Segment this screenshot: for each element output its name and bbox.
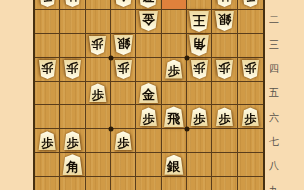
piece-body: 歩 [241, 60, 260, 79]
square-9一[interactable]: 香 [35, 0, 60, 10]
square-4五[interactable] [162, 82, 187, 106]
star-point [109, 127, 114, 132]
piece-body: 歩 [215, 107, 234, 126]
shogi-app-screen: { "game": "shogi", "position": { "sfen_b… [0, 0, 304, 190]
piece-body: 香 [241, 0, 260, 7]
square-1三[interactable] [238, 34, 263, 58]
square-1五[interactable] [238, 82, 263, 106]
piece-kanji: 金 [142, 13, 155, 26]
piece-kanji: 銀 [218, 13, 231, 26]
piece-body: 金 [113, 0, 134, 7]
piece-kanji: 歩 [244, 62, 256, 74]
piece-body: 歩 [139, 107, 158, 126]
piece-body: 歩 [63, 60, 82, 79]
piece-body: 歩 [38, 60, 57, 79]
piece-kanji: 銀 [117, 37, 130, 50]
shogi-piece-sente-歩[interactable]: 歩 [139, 107, 158, 126]
shogi-piece-gote-歩[interactable]: 歩 [190, 60, 209, 79]
piece-kanji: 歩 [142, 112, 154, 124]
piece-body: 桂 [215, 0, 234, 7]
rank-label: 六 [265, 106, 283, 130]
shogi-piece-gote-角[interactable]: 角 [188, 35, 210, 56]
shogi-piece-gote-歩[interactable]: 歩 [63, 60, 82, 79]
square-9五[interactable] [35, 82, 60, 106]
piece-body: 王 [188, 11, 210, 32]
piece-body: 歩 [63, 131, 82, 150]
piece-kanji: 歩 [92, 88, 104, 100]
piece-body: 歩 [241, 107, 260, 126]
square-8七[interactable]: 歩 [60, 129, 85, 153]
rank-label: 二 [265, 8, 283, 32]
star-point [109, 55, 114, 60]
square-7五[interactable]: 歩 [86, 82, 111, 106]
shogi-piece-sente-銀[interactable]: 銀 [163, 155, 184, 175]
piece-body: 銀 [214, 11, 235, 31]
shogi-piece-gote-金[interactable]: 金 [138, 11, 159, 31]
shogi-piece-gote-香[interactable]: 香 [38, 0, 57, 7]
rank-label: 三 [265, 33, 283, 57]
square-3四[interactable]: 歩 [187, 58, 212, 82]
shogi-piece-gote-歩[interactable]: 歩 [215, 60, 234, 79]
square-6四[interactable]: 歩 [111, 58, 136, 82]
square-2一[interactable]: 桂 [212, 0, 237, 10]
square-2三[interactable] [212, 34, 237, 58]
square-1二[interactable] [238, 10, 263, 34]
shogi-piece-sente-歩[interactable]: 歩 [38, 131, 57, 150]
square-7一[interactable] [86, 0, 111, 10]
piece-kanji: 歩 [66, 62, 78, 74]
shogi-piece-gote-金[interactable]: 金 [113, 0, 134, 7]
shogi-piece-gote-飛[interactable]: 飛 [137, 0, 159, 8]
square-6三[interactable]: 銀 [111, 34, 136, 58]
rank-label: 五 [265, 81, 283, 105]
square-4四[interactable]: 歩 [162, 58, 187, 82]
square-4一[interactable] [162, 0, 187, 10]
square-5四[interactable] [136, 58, 161, 82]
piece-body: 飛 [137, 0, 159, 8]
piece-body: 桂 [63, 0, 82, 7]
square-4七[interactable] [162, 129, 187, 153]
shogi-piece-sente-歩[interactable]: 歩 [164, 60, 183, 79]
piece-body: 歩 [88, 36, 107, 55]
piece-body: 歩 [114, 131, 133, 150]
square-8九[interactable] [60, 177, 85, 190]
shogi-piece-gote-香[interactable]: 香 [241, 0, 260, 7]
square-1一[interactable]: 香 [238, 0, 263, 10]
square-9六[interactable] [35, 105, 60, 129]
piece-body: 角 [61, 154, 83, 175]
piece-body: 歩 [190, 60, 209, 79]
shogi-piece-gote-歩[interactable]: 歩 [241, 60, 260, 79]
square-6六[interactable] [111, 105, 136, 129]
piece-kanji: 桂 [66, 0, 78, 2]
square-9三[interactable] [35, 34, 60, 58]
rank-label: 九 [265, 179, 283, 190]
piece-body: 歩 [88, 83, 107, 102]
square-7二[interactable] [86, 10, 111, 34]
square-7七[interactable] [86, 129, 111, 153]
rank-label-column: 一二三四五六七八九 [265, 0, 283, 190]
square-6二[interactable] [111, 10, 136, 34]
shogi-board: 香桂金飛桂香金王銀歩銀角歩歩歩歩歩歩歩歩金歩飛歩歩歩歩歩歩角銀 [33, 0, 265, 190]
square-6五[interactable] [111, 82, 136, 106]
square-8一[interactable]: 桂 [60, 0, 85, 10]
square-1八[interactable] [238, 153, 263, 177]
square-3三[interactable]: 角 [187, 34, 212, 58]
piece-kanji: 歩 [218, 112, 230, 124]
square-3二[interactable]: 王 [187, 10, 212, 34]
square-4三[interactable] [162, 34, 187, 58]
square-5七[interactable] [136, 129, 161, 153]
rank-label: 七 [265, 130, 283, 154]
piece-body: 歩 [38, 131, 57, 150]
shogi-piece-sente-飛[interactable]: 飛 [163, 106, 185, 127]
piece-kanji: 歩 [41, 62, 53, 74]
square-2六[interactable]: 歩 [212, 105, 237, 129]
piece-kanji: 歩 [92, 38, 104, 50]
piece-kanji: 王 [193, 13, 206, 26]
piece-kanji: 歩 [193, 62, 205, 74]
piece-body: 歩 [164, 60, 183, 79]
square-1七[interactable] [238, 129, 263, 153]
square-5五[interactable]: 金 [136, 82, 161, 106]
rank-label: 八 [265, 154, 283, 178]
piece-kanji: 桂 [218, 0, 230, 2]
square-5二[interactable]: 金 [136, 10, 161, 34]
shogi-piece-sente-歩[interactable]: 歩 [63, 131, 82, 150]
piece-kanji: 歩 [193, 112, 205, 124]
square-3八[interactable] [187, 153, 212, 177]
square-3五[interactable] [187, 82, 212, 106]
square-8二[interactable] [60, 10, 85, 34]
piece-kanji: 歩 [244, 112, 256, 124]
square-7六[interactable] [86, 105, 111, 129]
shogi-piece-sente-角[interactable]: 角 [61, 154, 83, 175]
square-4二[interactable] [162, 10, 187, 34]
piece-body: 銀 [163, 155, 184, 175]
piece-kanji: 角 [193, 37, 206, 50]
square-5一[interactable]: 飛 [136, 0, 161, 10]
square-6七[interactable]: 歩 [111, 129, 136, 153]
square-7八[interactable] [86, 153, 111, 177]
shogi-piece-sente-歩[interactable]: 歩 [114, 131, 133, 150]
shogi-piece-sente-歩[interactable]: 歩 [190, 107, 209, 126]
square-6八[interactable] [111, 153, 136, 177]
piece-kanji: 銀 [167, 160, 180, 173]
shogi-piece-gote-王[interactable]: 王 [188, 11, 210, 32]
shogi-piece-gote-銀[interactable]: 銀 [214, 11, 235, 31]
shogi-piece-sente-歩[interactable]: 歩 [88, 83, 107, 102]
square-7三[interactable]: 歩 [86, 34, 111, 58]
square-4九[interactable] [162, 177, 187, 190]
piece-body: 金 [138, 83, 159, 103]
square-2四[interactable]: 歩 [212, 58, 237, 82]
square-1六[interactable]: 歩 [238, 105, 263, 129]
shogi-piece-gote-銀[interactable]: 銀 [113, 35, 134, 55]
piece-kanji: 飛 [142, 0, 155, 2]
piece-kanji: 金 [117, 0, 130, 2]
piece-body: 銀 [113, 35, 134, 55]
square-3七[interactable] [187, 129, 212, 153]
piece-kanji: 歩 [66, 136, 78, 148]
square-1四[interactable]: 歩 [238, 58, 263, 82]
piece-kanji: 歩 [117, 62, 129, 74]
square-4八[interactable]: 銀 [162, 153, 187, 177]
square-3九[interactable] [187, 177, 212, 190]
shogi-piece-gote-桂[interactable]: 桂 [63, 0, 82, 7]
shogi-piece-gote-歩[interactable]: 歩 [88, 36, 107, 55]
square-5九[interactable] [136, 177, 161, 190]
piece-kanji: 角 [66, 160, 79, 173]
shogi-piece-sente-歩[interactable]: 歩 [215, 107, 234, 126]
square-5六[interactable]: 歩 [136, 105, 161, 129]
shogi-piece-gote-歩[interactable]: 歩 [114, 60, 133, 79]
star-point [185, 55, 190, 60]
square-9四[interactable]: 歩 [35, 58, 60, 82]
square-1九[interactable] [238, 177, 263, 190]
square-8六[interactable] [60, 105, 85, 129]
square-3一[interactable] [187, 0, 212, 10]
square-9八[interactable] [35, 153, 60, 177]
square-6九[interactable] [111, 177, 136, 190]
piece-body: 歩 [114, 60, 133, 79]
shogi-piece-gote-桂[interactable]: 桂 [215, 0, 234, 7]
piece-body: 飛 [163, 106, 185, 127]
square-9七[interactable]: 歩 [35, 129, 60, 153]
piece-body: 香 [38, 0, 57, 7]
square-2七[interactable] [212, 129, 237, 153]
square-5八[interactable] [136, 153, 161, 177]
square-5三[interactable] [136, 34, 161, 58]
square-8三[interactable] [60, 34, 85, 58]
square-9九[interactable] [35, 177, 60, 190]
square-2八[interactable] [212, 153, 237, 177]
star-point [185, 127, 190, 132]
piece-kanji: 香 [244, 0, 256, 2]
piece-body: 金 [138, 11, 159, 31]
piece-body: 歩 [190, 107, 209, 126]
square-8四[interactable]: 歩 [60, 58, 85, 82]
square-8八[interactable]: 角 [60, 153, 85, 177]
piece-kanji: 歩 [117, 136, 129, 148]
piece-kanji: 歩 [41, 136, 53, 148]
square-9二[interactable] [35, 10, 60, 34]
rank-label: 一 [265, 0, 283, 8]
piece-kanji: 金 [142, 88, 155, 101]
square-7四[interactable] [86, 58, 111, 82]
piece-kanji: 歩 [218, 62, 230, 74]
square-2二[interactable]: 銀 [212, 10, 237, 34]
square-7九[interactable] [86, 177, 111, 190]
shogi-piece-sente-歩[interactable]: 歩 [241, 107, 260, 126]
square-2九[interactable] [212, 177, 237, 190]
piece-kanji: 飛 [167, 112, 180, 125]
square-8五[interactable] [60, 82, 85, 106]
square-2五[interactable] [212, 82, 237, 106]
piece-kanji: 香 [41, 0, 53, 2]
shogi-piece-gote-歩[interactable]: 歩 [38, 60, 57, 79]
piece-body: 角 [188, 35, 210, 56]
square-6一[interactable]: 金 [111, 0, 136, 10]
square-4六[interactable]: 飛 [162, 105, 187, 129]
square-3六[interactable]: 歩 [187, 105, 212, 129]
shogi-piece-sente-金[interactable]: 金 [138, 83, 159, 103]
piece-body: 歩 [215, 60, 234, 79]
rank-label: 四 [265, 57, 283, 81]
piece-kanji: 歩 [168, 65, 180, 77]
